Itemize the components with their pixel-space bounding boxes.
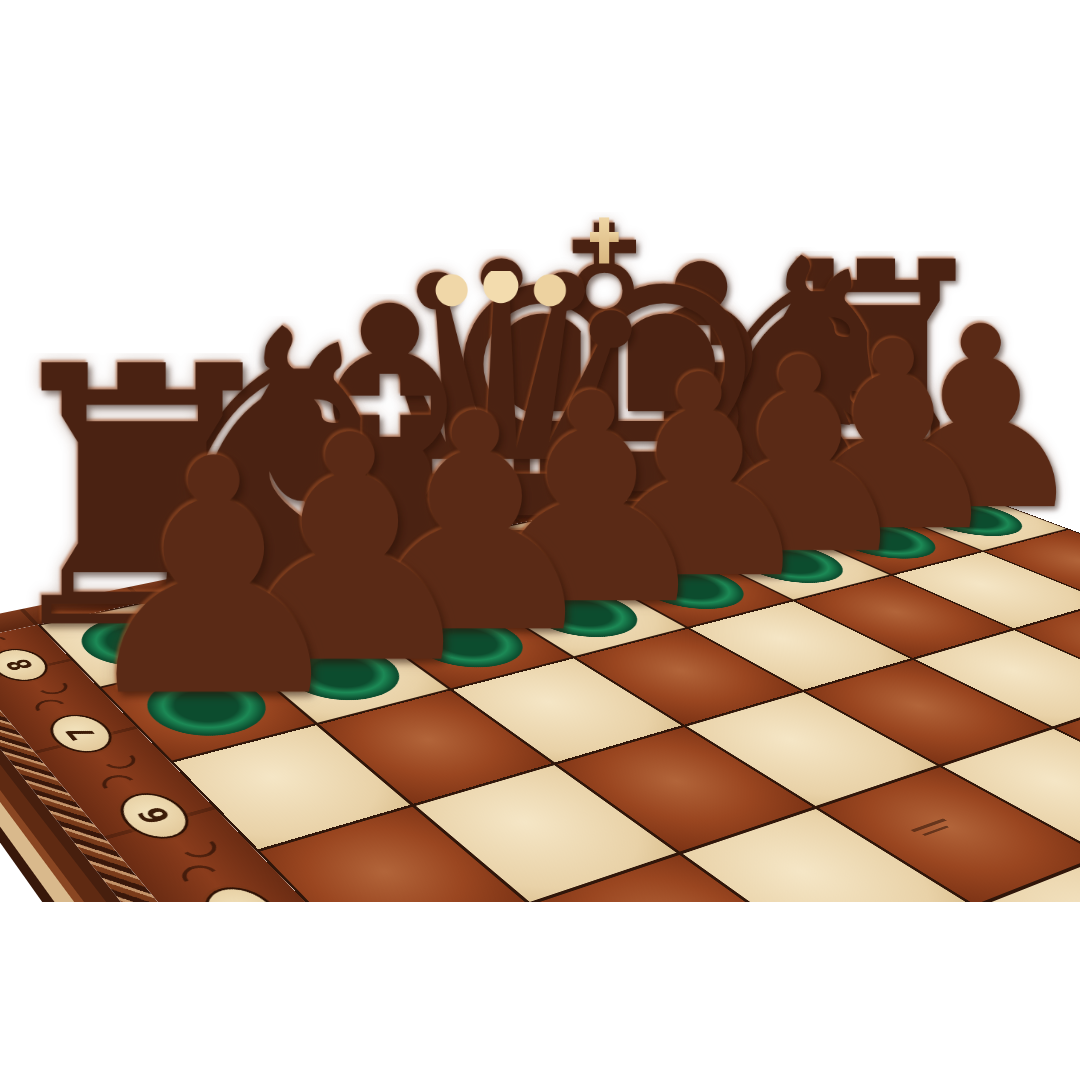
rank-label-oval-8: 8 [0, 645, 58, 686]
rank-label-text-6: 6 [128, 803, 180, 827]
piece-dark-pawn-a7[interactable]: ♟ [68, 446, 359, 712]
photo-crop-mask [0, 902, 1080, 1080]
rank-label-text-8: 8 [0, 656, 41, 673]
rank-label-text-7: 7 [57, 723, 104, 743]
maker-stamp [910, 817, 961, 839]
square-b5[interactable] [416, 765, 677, 902]
rank-label-oval-7: 7 [39, 710, 123, 758]
rank-label-oval-6: 6 [108, 787, 202, 845]
